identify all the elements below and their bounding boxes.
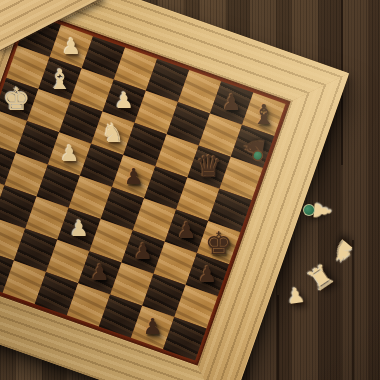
piece-light-pawn: ♟ — [53, 137, 87, 171]
square-c5: ♟ — [48, 132, 91, 175]
piece-dark-queen: ♛ — [192, 150, 226, 184]
table-plank-seam — [277, 295, 279, 380]
square-d6: ♞ — [91, 112, 134, 155]
piece-dark-knight-fallen: ♞ — [235, 126, 274, 165]
piece-light-pawn: ♟ — [107, 84, 141, 118]
square-g6: ♛ — [187, 145, 230, 188]
piece-dark-pawn: ♟ — [190, 258, 224, 292]
captured-light-pawn-standing: ♟ — [279, 279, 313, 313]
square-a6: ♚ — [0, 78, 38, 121]
piece-dark-pawn: ♟ — [136, 310, 170, 344]
piece-dark-pawn: ♟ — [117, 160, 151, 194]
square-f3: ♟ — [121, 230, 164, 273]
piece-light-pawn: ♟ — [62, 212, 96, 246]
square-d3: ♟ — [57, 208, 100, 251]
square-b7: ♝ — [38, 57, 81, 100]
piece-dark-pawn: ♟ — [126, 235, 160, 269]
piece-light-pawn: ♟ — [54, 30, 88, 64]
piece-dark-pawn: ♟ — [83, 256, 117, 290]
piece-dark-king: ♚ — [202, 226, 236, 260]
felt-base-of-lying-pawn — [303, 204, 315, 216]
piece-light-king: ♚ — [0, 82, 34, 116]
piece-dark-pawn: ♟ — [215, 86, 249, 120]
piece-dark-pawn: ♟ — [170, 214, 204, 248]
piece-dark-bishop: ♝ — [247, 97, 281, 131]
square-g1: ♟ — [131, 306, 174, 349]
piece-light-bishop: ♝ — [43, 62, 77, 96]
square-h3: ♟ — [186, 253, 229, 296]
chess-photo-scene: ♟♟♝♝♟♞♚♞♛♟♟♟♚♟♟♟♟♟ ♟♞♜♟ — [0, 0, 380, 380]
square-e5: ♟ — [112, 155, 155, 198]
piece-light-knight: ♞ — [96, 116, 130, 150]
square-e2: ♟ — [78, 251, 121, 294]
